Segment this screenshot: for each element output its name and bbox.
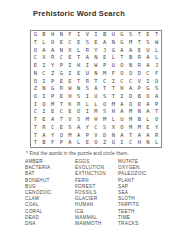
grid-cell-r12c9: M: [100, 116, 109, 124]
grid-cell-r12c6: S: [74, 116, 83, 124]
grid-cell-r1c15: T: [152, 31, 161, 39]
grid-cell-r13c10: X: [109, 124, 118, 132]
grid-cell-r3c7: R: [83, 46, 92, 54]
grid-cell-r5c13: R: [135, 62, 144, 70]
grid-cell-r4c10: L: [109, 54, 118, 62]
grid-cell-r6c9: M: [100, 70, 109, 78]
grid-cell-r9c14: O: [144, 93, 153, 101]
word-item: MAMMOTH: [75, 221, 118, 227]
grid-cell-r13c6: A: [74, 124, 83, 132]
grid-cell-r11c8: M: [92, 108, 101, 116]
grid-cell-r2c12: M: [126, 39, 135, 47]
grid-cell-r10c7: L: [83, 101, 92, 109]
grid-cell-r8c7: S: [83, 85, 92, 93]
grid-cell-r2c4: E: [57, 39, 66, 47]
grid-cell-r15c12: C: [126, 139, 135, 147]
grid-cell-r13c11: O: [118, 124, 127, 132]
grid-cell-r11c13: N: [135, 108, 144, 116]
grid-cell-r3c1: O: [31, 46, 40, 54]
grid-cell-r6c2: C: [40, 70, 49, 78]
grid-cell-r4c12: B: [126, 54, 135, 62]
grid-cell-r12c10: L: [109, 116, 118, 124]
grid-cell-r2c15: W: [152, 39, 161, 47]
grid-cell-r14c14: A: [144, 132, 153, 140]
grid-cell-r5c12: N: [126, 62, 135, 70]
grid-cell-r6c6: E: [74, 70, 83, 78]
grid-cell-r8c1: Z: [31, 85, 40, 93]
grid-cell-r1c9: B: [100, 31, 109, 39]
grid-cell-r4c4: C: [57, 54, 66, 62]
grid-cell-r5c14: A: [144, 62, 153, 70]
grid-cell-r8c4: R: [57, 85, 66, 93]
grid-cell-r15c9: Z: [100, 139, 109, 147]
grid-cell-r15c5: A: [66, 139, 75, 147]
grid-cell-r14c5: M: [66, 132, 75, 140]
grid-cell-r11c7: I: [83, 108, 92, 116]
grid-cell-r8c15: S: [152, 85, 161, 93]
grid-cell-r9c7: I: [83, 93, 92, 101]
grid-cell-r4c9: E: [100, 54, 109, 62]
grid-cell-r13c4: E: [57, 124, 66, 132]
grid-cell-r12c3: A: [48, 116, 57, 124]
grid-cell-r5c5: I: [66, 62, 75, 70]
grid-cell-r11c5: E: [66, 108, 75, 116]
grid-cell-r3c3: A: [48, 46, 57, 54]
grid-cell-r6c4: G: [57, 70, 66, 78]
grid-cell-r4c7: A: [83, 54, 92, 62]
grid-cell-r13c2: R: [40, 124, 49, 132]
grid-cell-r11c9: S: [100, 108, 109, 116]
grid-cell-r1c13: T: [135, 31, 144, 39]
grid-cell-r7c13: V: [135, 77, 144, 85]
grid-cell-r13c7: Y: [83, 124, 92, 132]
grid-cell-r12c12: M: [126, 116, 135, 124]
grid-cell-r3c9: J: [100, 46, 109, 54]
grid-cell-r12c1: T: [31, 116, 40, 124]
word-list-column-3: MUTATEOXYGENPALEOZOICPLANTSAPSEASLOTHTAR…: [118, 159, 168, 227]
grid-cell-r13c5: S: [66, 124, 75, 132]
grid-cell-r12c7: M: [83, 116, 92, 124]
grid-cell-r3c14: U: [144, 46, 153, 54]
grid-cell-r1c14: E: [144, 31, 153, 39]
grid-cell-r1c7: V: [83, 31, 92, 39]
grid-cell-r4c8: N: [92, 54, 101, 62]
grid-cell-r5c2: I: [40, 62, 49, 70]
grid-cell-r9c9: S: [100, 93, 109, 101]
grid-cell-r2c3: O: [48, 39, 57, 47]
grid-cell-r13c8: C: [92, 124, 101, 132]
grid-cell-r2c1: T: [31, 39, 40, 47]
grid-cell-r3c8: Y: [92, 46, 101, 54]
grid-cell-r14c9: D: [100, 132, 109, 140]
grid-cell-r10c14: A: [144, 101, 153, 109]
grid-cell-r9c8: U: [92, 93, 101, 101]
grid-cell-r6c15: F: [152, 70, 161, 78]
grid-cell-r10c6: R: [74, 101, 83, 109]
grid-cell-r2c5: C: [66, 39, 75, 47]
grid-cell-r2c13: T: [135, 39, 144, 47]
word-list-column-1: AMBERBACTERIABATBONEHUTBUGCENOZOICCLAWCO…: [25, 159, 75, 227]
grid-cell-r13c1: T: [31, 124, 40, 132]
grid-cell-r10c3: M: [48, 101, 57, 109]
grid-cell-r12c13: B: [135, 116, 144, 124]
grid-cell-r3c5: X: [66, 46, 75, 54]
grid-cell-r10c5: K: [66, 101, 75, 109]
grid-cell-r6c1: N: [31, 70, 40, 78]
grid-cell-r8c8: A: [92, 85, 101, 93]
word-search-grid: GBHNFIVIBUGSTETTLOECESEANGMTSWOAANXLRYJG…: [31, 31, 161, 147]
grid-cell-r15c14: N: [144, 139, 153, 147]
grid-cell-r3c6: L: [74, 46, 83, 54]
grid-cell-r14c7: P: [83, 132, 92, 140]
word-list: AMBERBACTERIABATBONEHUTBUGCENOZOICCLAWCO…: [25, 159, 175, 227]
grid-cell-r12c2: E: [40, 116, 49, 124]
grid-cell-r10c4: T: [57, 101, 66, 109]
grid-cell-r14c2: A: [40, 132, 49, 140]
grid-cell-r7c9: C: [100, 77, 109, 85]
grid-cell-r6c3: Z: [48, 70, 57, 78]
grid-cell-r4c5: E: [66, 54, 75, 62]
grid-cell-r14c1: T: [31, 132, 40, 140]
grid-cell-r1c12: S: [126, 31, 135, 39]
grid-cell-r6c11: O: [118, 70, 127, 78]
grid-cell-r6c7: U: [83, 70, 92, 78]
grid-cell-r4c14: A: [144, 54, 153, 62]
grid-cell-r2c7: S: [83, 39, 92, 47]
grid-cell-r9c6: S: [74, 93, 83, 101]
grid-cell-r11c4: C: [57, 108, 66, 116]
grid-cell-r1c11: G: [118, 31, 127, 39]
grid-cell-r2c14: S: [144, 39, 153, 47]
grid-cell-r7c14: I: [144, 77, 153, 85]
word-item: TRACKS: [118, 221, 168, 227]
grid-cell-r2c2: L: [40, 39, 49, 47]
instruction-text: * Find the words in the puzzle and circl…: [26, 151, 129, 156]
grid-cell-r14c3: Y: [48, 132, 57, 140]
grid-cell-r5c15: J: [152, 62, 161, 70]
grid-cell-r2c9: A: [100, 39, 109, 47]
grid-cell-r15c4: P: [57, 139, 66, 147]
grid-cell-r2c6: E: [74, 39, 83, 47]
grid-cell-r8c6: N: [74, 85, 83, 93]
grid-cell-r8c12: A: [126, 85, 135, 93]
grid-cell-r11c10: H: [109, 108, 118, 116]
grid-cell-r3c13: E: [135, 46, 144, 54]
grid-cell-r8c3: G: [48, 85, 57, 93]
grid-cell-r15c13: H: [135, 139, 144, 147]
grid-cell-r6c10: F: [109, 70, 118, 78]
grid-cell-r13c13: M: [135, 124, 144, 132]
grid-cell-r5c9: P: [100, 62, 109, 70]
grid-cell-r8c2: N: [40, 85, 49, 93]
grid-cell-r4c11: T: [118, 54, 127, 62]
grid-cell-r10c12: O: [126, 101, 135, 109]
grid-cell-r5c4: P: [57, 62, 66, 70]
grid-cell-r6c12: O: [126, 70, 135, 78]
grid-cell-r12c14: L: [144, 116, 153, 124]
grid-cell-r2c11: G: [118, 39, 127, 47]
grid-cell-r2c8: E: [92, 39, 101, 47]
grid-cell-r1c1: G: [31, 31, 40, 39]
grid-cell-r5c8: W: [92, 62, 101, 70]
grid-cell-r13c12: M: [126, 124, 135, 132]
grid-cell-r14c8: V: [92, 132, 101, 140]
grid-cell-r12c4: T: [57, 116, 66, 124]
grid-cell-r15c6: L: [74, 139, 83, 147]
grid-cell-r4c3: R: [48, 54, 57, 62]
grid-cell-r6c5: I: [66, 70, 75, 78]
grid-cell-r7c10: I: [109, 77, 118, 85]
grid-cell-r9c2: I: [40, 93, 49, 101]
grid-cell-r11c6: O: [74, 108, 83, 116]
grid-cell-r13c3: C: [48, 124, 57, 132]
grid-cell-r9c13: B: [135, 93, 144, 101]
page-title: Prehistoric Word Search: [33, 9, 125, 18]
grid-cell-r13c9: S: [100, 124, 109, 132]
grid-cell-r7c4: E: [57, 77, 66, 85]
grid-cell-r10c11: A: [118, 101, 127, 109]
grid-cell-r15c3: F: [48, 139, 57, 147]
grid-cell-r15c11: I: [118, 139, 127, 147]
grid-cell-r15c2: B: [40, 139, 49, 147]
grid-cell-r1c4: N: [57, 31, 66, 39]
grid-cell-r8c14: G: [144, 85, 153, 93]
word-search-grid-box: GBHNFIVIBUGSTETTLOECESEANGMTSWOAANXLRYJG…: [30, 30, 162, 148]
grid-cell-r7c2: I: [40, 77, 49, 85]
grid-cell-r13c14: E: [144, 124, 153, 132]
grid-cell-r1c3: H: [48, 31, 57, 39]
grid-cell-r8c11: H: [118, 85, 127, 93]
grid-cell-r14c12: T: [126, 132, 135, 140]
grid-cell-r7c8: T: [92, 77, 101, 85]
grid-cell-r8c5: W: [66, 85, 75, 93]
grid-cell-r11c15: T: [152, 108, 161, 116]
grid-cell-r3c2: A: [40, 46, 49, 54]
grid-cell-r6c8: N: [92, 70, 101, 78]
grid-cell-r7c6: T: [74, 77, 83, 85]
grid-cell-r3c15: L: [152, 46, 161, 54]
grid-cell-r3c10: G: [109, 46, 118, 54]
grid-cell-r3c11: A: [118, 46, 127, 54]
grid-cell-r15c10: O: [109, 139, 118, 147]
grid-cell-r4c6: T: [74, 54, 83, 62]
grid-cell-r11c12: M: [126, 108, 135, 116]
grid-cell-r14c15: R: [152, 132, 161, 140]
grid-cell-r15c7: E: [83, 139, 92, 147]
grid-cell-r7c11: C: [118, 77, 127, 85]
grid-cell-r10c9: O: [100, 101, 109, 109]
grid-cell-r10c1: I: [31, 101, 40, 109]
grid-cell-r6c13: D: [135, 70, 144, 78]
grid-cell-r10c2: Q: [40, 101, 49, 109]
grid-cell-r1c5: F: [66, 31, 75, 39]
grid-cell-r4c13: R: [135, 54, 144, 62]
grid-cell-r5c10: U: [109, 62, 118, 70]
grid-cell-r1c2: B: [40, 31, 49, 39]
grid-cell-r7c5: E: [66, 77, 75, 85]
grid-cell-r7c7: R: [83, 77, 92, 85]
word-search-page: { "game": "word-search", "title": "Prehi…: [0, 0, 189, 245]
grid-cell-r5c6: H: [74, 62, 83, 70]
grid-cell-r13c15: Y: [152, 124, 161, 132]
grid-cell-r10c15: P: [152, 101, 161, 109]
grid-cell-r10c13: E: [135, 101, 144, 109]
grid-cell-r11c14: A: [144, 108, 153, 116]
grid-cell-r6c14: C: [144, 70, 153, 78]
grid-cell-r12c15: O: [152, 116, 161, 124]
word-item: DNA: [25, 221, 75, 227]
grid-cell-r9c1: O: [31, 93, 40, 101]
grid-cell-r7c15: O: [152, 77, 161, 85]
grid-cell-r4c1: C: [31, 54, 40, 62]
grid-cell-r14c4: O: [57, 132, 66, 140]
grid-cell-r8c10: T: [109, 85, 118, 93]
grid-cell-r11c3: E: [48, 108, 57, 116]
grid-cell-r7c1: O: [31, 77, 40, 85]
grid-cell-r2c10: N: [109, 39, 118, 47]
grid-cell-r1c6: I: [74, 31, 83, 39]
grid-cell-r12c5: V: [66, 116, 75, 124]
grid-cell-r15c8: O: [92, 139, 101, 147]
grid-cell-r3c12: A: [126, 46, 135, 54]
grid-cell-r9c3: P: [48, 93, 57, 101]
grid-cell-r1c8: I: [92, 31, 101, 39]
grid-cell-r10c8: L: [92, 101, 101, 109]
grid-cell-r5c1: E: [31, 62, 40, 70]
grid-cell-r5c7: I: [83, 62, 92, 70]
grid-cell-r9c15: A: [152, 93, 161, 101]
grid-cell-r9c12: D: [126, 93, 135, 101]
grid-cell-r3c4: N: [57, 46, 66, 54]
grid-cell-r12c11: U: [118, 116, 127, 124]
grid-cell-r14c13: A: [135, 132, 144, 140]
grid-cell-r11c1: C: [31, 108, 40, 116]
grid-cell-r11c2: I: [40, 108, 49, 116]
grid-cell-r5c11: O: [118, 62, 127, 70]
grid-cell-r4c2: X: [40, 54, 49, 62]
grid-cell-r9c5: H: [66, 93, 75, 101]
grid-cell-r5c3: Y: [48, 62, 57, 70]
grid-cell-r12c8: H: [92, 116, 101, 124]
grid-cell-r4c15: L: [152, 54, 161, 62]
grid-cell-r8c13: P: [135, 85, 144, 93]
grid-cell-r9c4: E: [57, 93, 66, 101]
grid-cell-r1c10: U: [109, 31, 118, 39]
grid-cell-r14c6: A: [74, 132, 83, 140]
grid-cell-r15c1: T: [31, 139, 40, 147]
grid-cell-r10c10: M: [109, 101, 118, 109]
grid-cell-r14c11: A: [118, 132, 127, 140]
grid-cell-r15c15: L: [152, 139, 161, 147]
grid-cell-r9c10: T: [109, 93, 118, 101]
grid-cell-r9c11: I: [118, 93, 127, 101]
grid-cell-r11c11: A: [118, 108, 127, 116]
grid-cell-r14c10: N: [109, 132, 118, 140]
grid-cell-r7c12: C: [126, 77, 135, 85]
grid-cell-r8c9: T: [100, 85, 109, 93]
grid-cell-r7c3: P: [48, 77, 57, 85]
word-list-column-2: EGGSEVOLUTIONEXTINCTIONFERNFORESTFOSSILS…: [75, 159, 118, 227]
